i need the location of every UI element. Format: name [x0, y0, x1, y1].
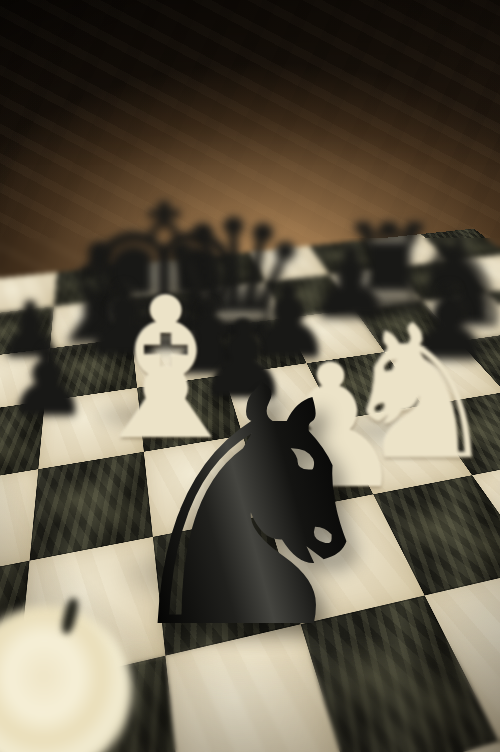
piece-black-knight-d3[interactable]: ♞ [104, 344, 400, 674]
chess-photo-scene: ♟♟♝♟♚♛♟♟♟♟♜♞♟♝♟♞♞ [0, 0, 500, 752]
piece-black-pawn-a6[interactable]: ♟ [5, 336, 88, 429]
